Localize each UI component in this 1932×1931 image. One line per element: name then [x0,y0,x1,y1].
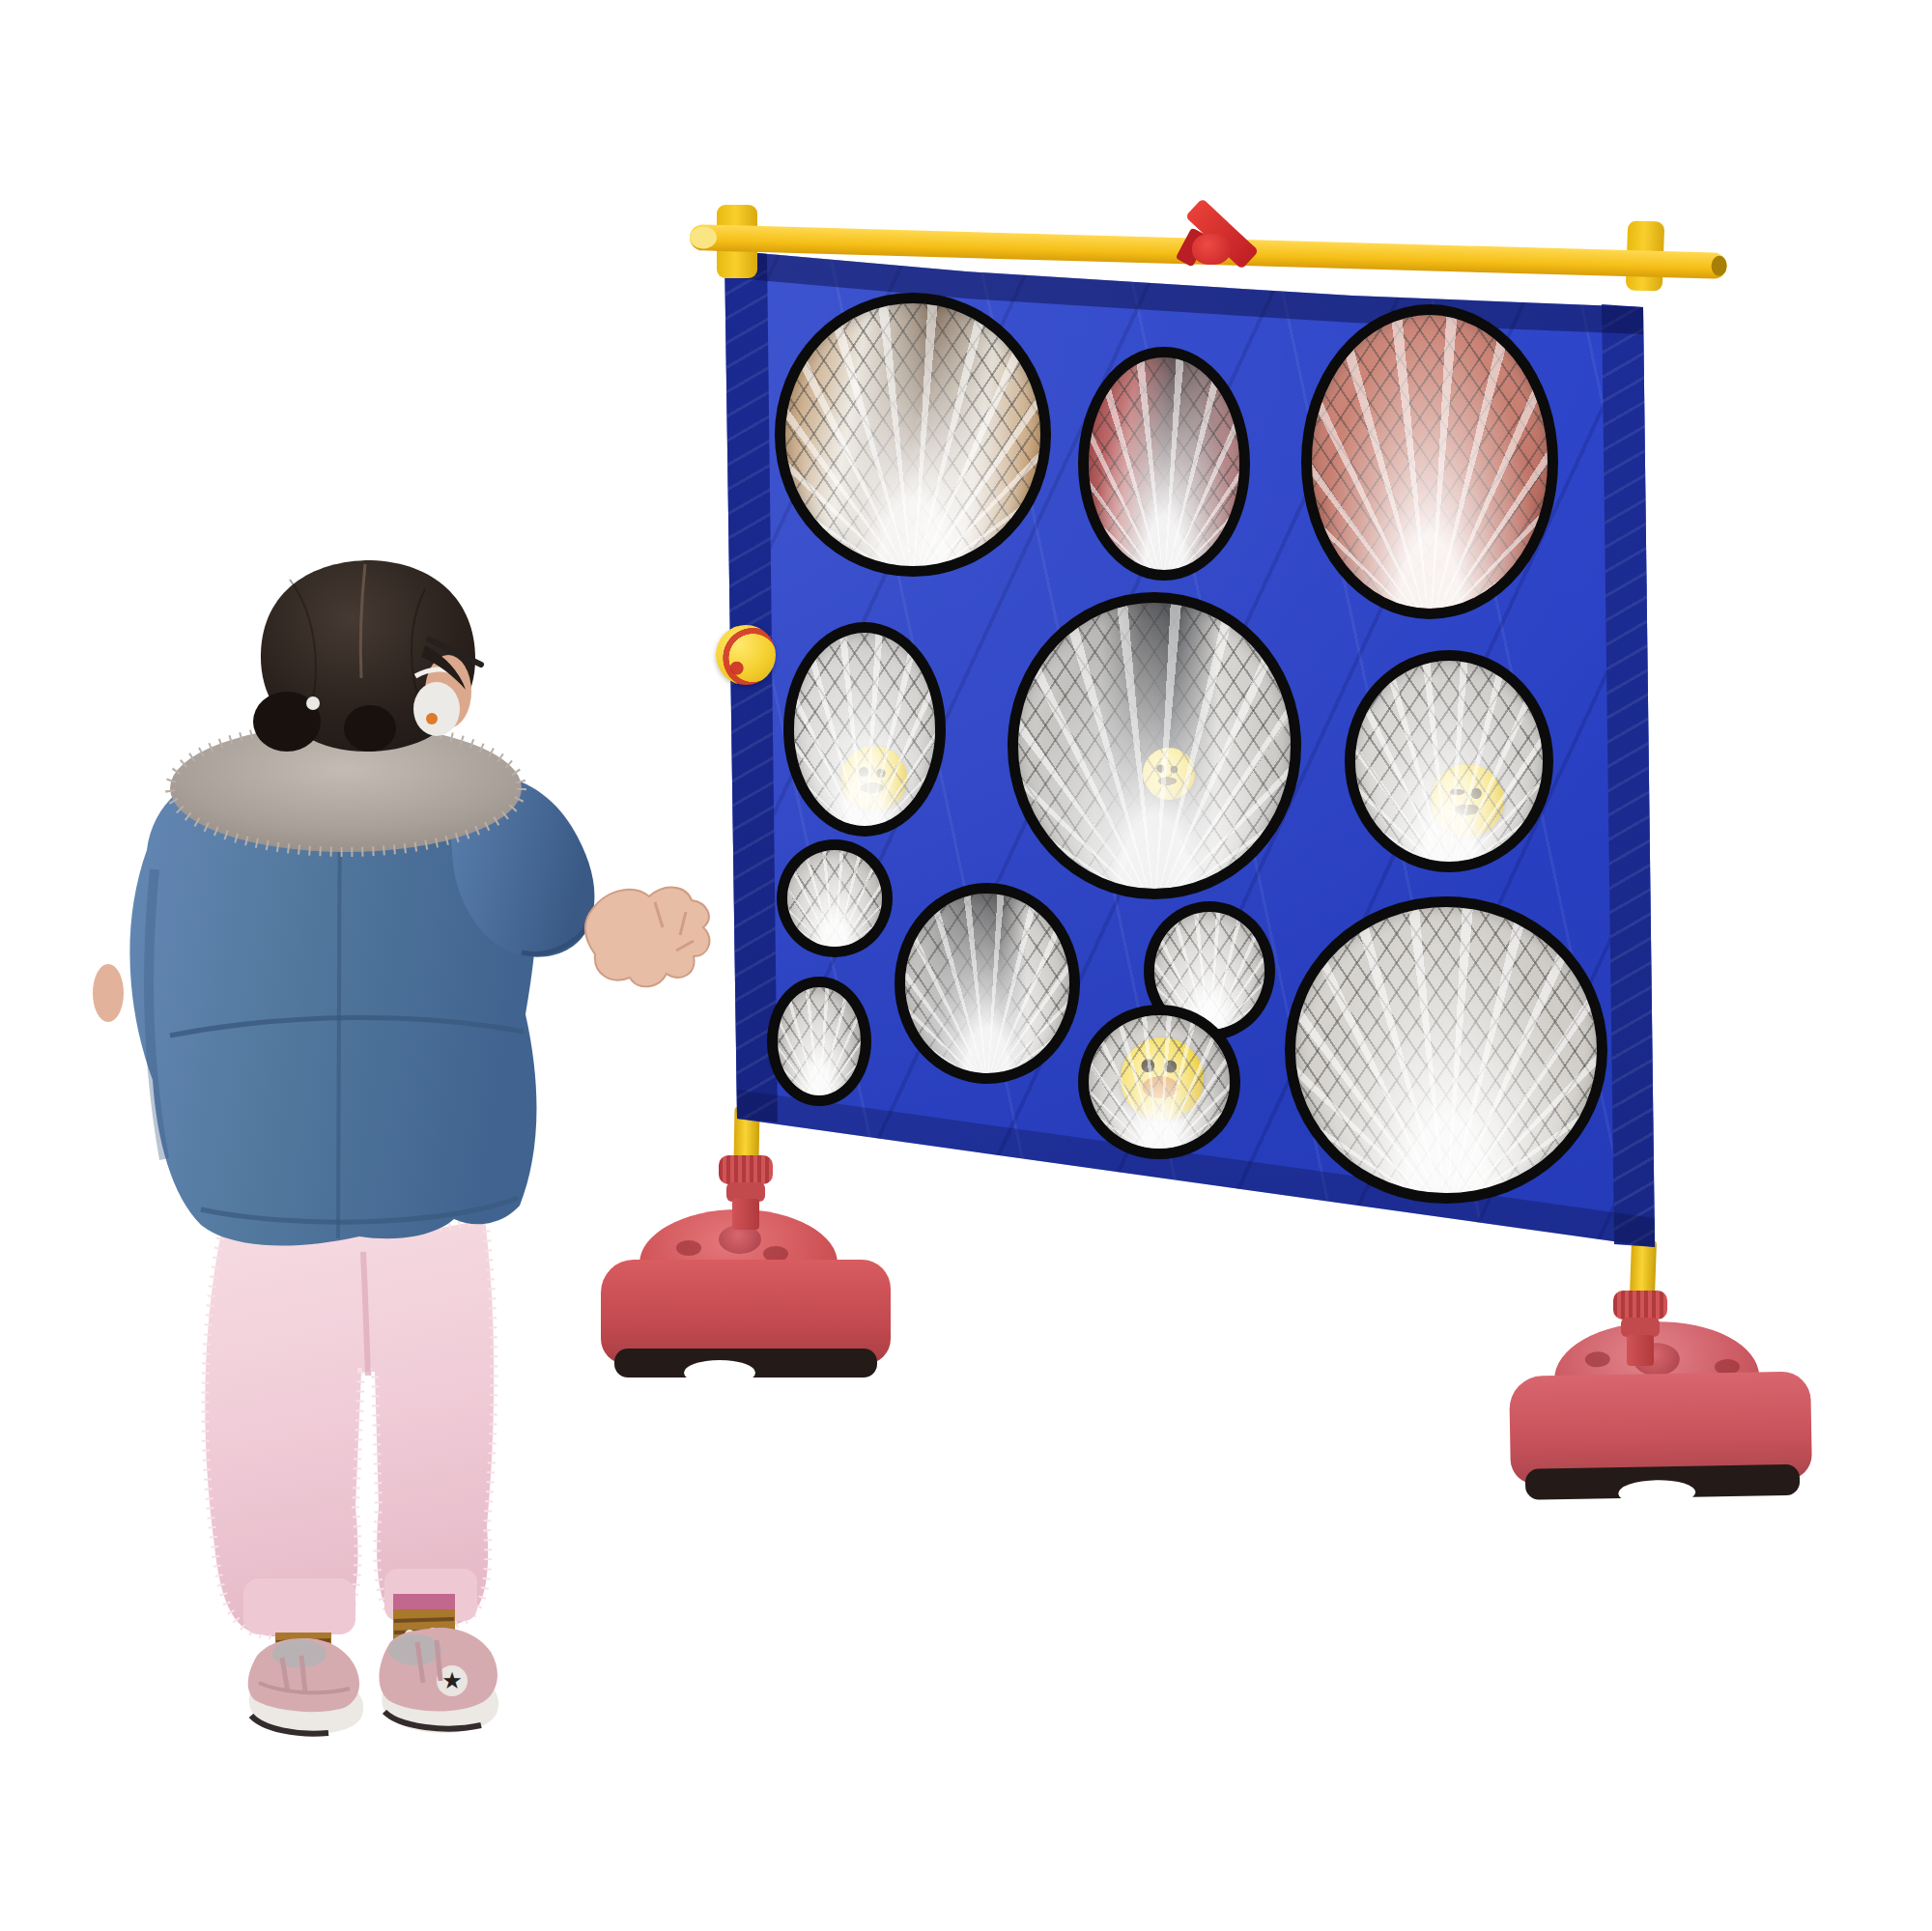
stage: ★ [0,0,1932,1931]
child-right-hand [585,888,710,987]
star-icon: ★ [441,1667,463,1694]
child-shoe-left [248,1638,363,1734]
child-pant-cuff-left [243,1578,355,1634]
child-head [253,560,481,752]
hair-bun-right [344,705,396,752]
child-left-hand [93,964,124,1022]
child-shoe-right: ★ [379,1628,498,1733]
child-figure: ★ [0,0,1932,1931]
hair-tie [306,696,320,710]
child-pants [205,1219,494,1637]
child-face-mask [413,682,460,736]
